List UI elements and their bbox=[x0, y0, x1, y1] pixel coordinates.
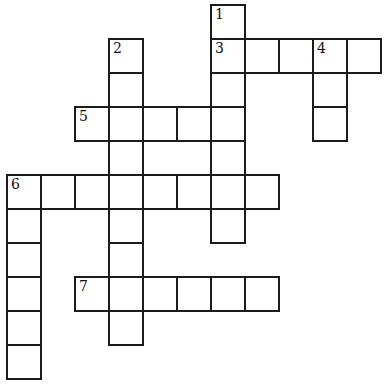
crossword-cell-r6c0[interactable] bbox=[6, 208, 42, 244]
crossword-cell-r3c6[interactable] bbox=[210, 106, 246, 142]
crossword-cell-r3c9[interactable] bbox=[312, 106, 348, 142]
clue-number-5: 5 bbox=[79, 108, 88, 124]
crossword-cell-r0c6[interactable]: 1 bbox=[210, 4, 246, 40]
crossword-cell-r3c4[interactable] bbox=[142, 106, 178, 142]
crossword-cell-r8c7[interactable] bbox=[244, 276, 280, 312]
crossword-cell-r8c3[interactable] bbox=[108, 276, 144, 312]
crossword-cell-r8c5[interactable] bbox=[176, 276, 212, 312]
crossword-cell-r8c6[interactable] bbox=[210, 276, 246, 312]
crossword-cell-r5c5[interactable] bbox=[176, 174, 212, 210]
crossword-page: 1234567 bbox=[0, 0, 389, 384]
crossword-cell-r7c3[interactable] bbox=[108, 242, 144, 278]
crossword-cell-r8c0[interactable] bbox=[6, 276, 42, 312]
crossword-cell-r8c2[interactable]: 7 bbox=[74, 276, 110, 312]
clue-number-7: 7 bbox=[79, 278, 88, 294]
crossword-cell-r2c9[interactable] bbox=[312, 72, 348, 108]
clue-number-1: 1 bbox=[215, 6, 224, 22]
crossword-cell-r3c3[interactable] bbox=[108, 106, 144, 142]
crossword-cell-r1c7[interactable] bbox=[244, 38, 280, 74]
crossword-cell-r5c7[interactable] bbox=[244, 174, 280, 210]
clue-number-2: 2 bbox=[113, 40, 122, 56]
crossword-cell-r7c0[interactable] bbox=[6, 242, 42, 278]
crossword-cell-r1c10[interactable] bbox=[346, 38, 382, 74]
crossword-cell-r10c0[interactable] bbox=[6, 344, 42, 380]
crossword-cell-r5c6[interactable] bbox=[210, 174, 246, 210]
crossword-cell-r5c3[interactable] bbox=[108, 174, 144, 210]
crossword-cell-r3c5[interactable] bbox=[176, 106, 212, 142]
crossword-cell-r3c2[interactable]: 5 bbox=[74, 106, 110, 142]
crossword-cell-r2c3[interactable] bbox=[108, 72, 144, 108]
crossword-cell-r1c8[interactable] bbox=[278, 38, 314, 74]
crossword-cell-r4c3[interactable] bbox=[108, 140, 144, 176]
crossword-cell-r1c6[interactable]: 3 bbox=[210, 38, 246, 74]
crossword-cell-r6c6[interactable] bbox=[210, 208, 246, 244]
clue-number-6: 6 bbox=[11, 176, 20, 192]
crossword-cell-r4c6[interactable] bbox=[210, 140, 246, 176]
crossword-cell-r5c2[interactable] bbox=[74, 174, 110, 210]
crossword-cell-r5c1[interactable] bbox=[40, 174, 76, 210]
crossword-cell-r9c0[interactable] bbox=[6, 310, 42, 346]
crossword-cell-r5c0[interactable]: 6 bbox=[6, 174, 42, 210]
clue-number-4: 4 bbox=[317, 40, 326, 56]
crossword-board: 1234567 bbox=[0, 0, 389, 384]
crossword-cell-r1c9[interactable]: 4 bbox=[312, 38, 348, 74]
crossword-cell-r2c6[interactable] bbox=[210, 72, 246, 108]
crossword-cell-r5c4[interactable] bbox=[142, 174, 178, 210]
crossword-cell-r8c4[interactable] bbox=[142, 276, 178, 312]
crossword-cell-r6c3[interactable] bbox=[108, 208, 144, 244]
crossword-cell-r9c3[interactable] bbox=[108, 310, 144, 346]
crossword-cell-r1c3[interactable]: 2 bbox=[108, 38, 144, 74]
clue-number-3: 3 bbox=[215, 40, 224, 56]
